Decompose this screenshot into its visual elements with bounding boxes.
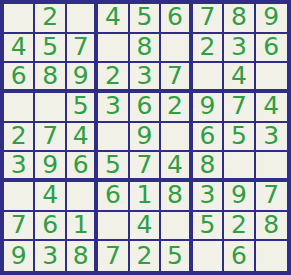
cell-digit: 8 [137, 34, 153, 59]
cell-digit: 1 [137, 182, 153, 207]
cell-digit: 3 [105, 93, 121, 118]
sudoku-cell[interactable]: 5 [130, 4, 161, 34]
sudoku-cell[interactable]: 6 [98, 182, 129, 212]
cell-digit: 5 [42, 34, 58, 59]
sudoku-cell[interactable]: 7 [161, 63, 192, 93]
sudoku-cell[interactable]: 7 [130, 152, 161, 182]
cell-digit: 6 [231, 243, 247, 268]
cell-digit: 5 [231, 123, 247, 148]
sudoku-cell[interactable] [256, 63, 287, 93]
cell-digit: 6 [137, 93, 153, 118]
cell-digit: 4 [73, 123, 89, 148]
cell-digit: 2 [167, 93, 183, 118]
sudoku-cell[interactable]: 5 [193, 212, 224, 242]
cell-digit: 8 [167, 182, 183, 207]
cell-digit: 7 [11, 212, 27, 237]
sudoku-cell[interactable]: 5 [67, 93, 98, 123]
sudoku-cell[interactable]: 2 [161, 93, 192, 123]
cell-digit: 7 [137, 152, 153, 177]
cell-digit: 7 [263, 182, 279, 207]
cell-digit: 7 [199, 4, 215, 29]
cell-digit: 2 [105, 63, 121, 88]
sudoku-cell[interactable]: 7 [193, 4, 224, 34]
sudoku-cell[interactable]: 9 [67, 63, 98, 93]
cell-digit: 5 [73, 93, 89, 118]
cell-digit: 1 [73, 212, 89, 237]
cell-digit: 4 [105, 4, 121, 29]
sudoku-cell[interactable]: 1 [130, 182, 161, 212]
cell-digit: 9 [42, 152, 58, 177]
sudoku-cell[interactable] [67, 4, 98, 34]
sudoku-cell[interactable]: 8 [161, 182, 192, 212]
sudoku-cell[interactable] [193, 63, 224, 93]
sudoku-cell[interactable]: 2 [98, 63, 129, 93]
cell-digit: 5 [105, 152, 121, 177]
cell-digit: 9 [73, 63, 89, 88]
sudoku-cell[interactable]: 4 [224, 63, 255, 93]
cell-digit: 5 [167, 243, 183, 268]
sudoku-cell[interactable] [256, 152, 287, 182]
sudoku-cell[interactable] [67, 182, 98, 212]
sudoku-cell[interactable]: 3 [224, 34, 255, 64]
cell-digit: 3 [263, 123, 279, 148]
cell-digit: 3 [231, 34, 247, 59]
cell-digit: 8 [231, 4, 247, 29]
cell-digit: 2 [137, 243, 153, 268]
cell-digit: 3 [137, 63, 153, 88]
cell-digit: 4 [137, 212, 153, 237]
sudoku-cell[interactable] [98, 123, 129, 153]
sudoku-cell[interactable]: 7 [4, 212, 35, 242]
cell-digit: 2 [42, 4, 58, 29]
sudoku-cell[interactable]: 7 [224, 93, 255, 123]
sudoku-cell[interactable]: 2 [224, 212, 255, 242]
sudoku-cell[interactable]: 6 [130, 93, 161, 123]
cell-digit: 2 [231, 212, 247, 237]
sudoku-cell[interactable]: 3 [193, 182, 224, 212]
sudoku-cell[interactable]: 9 [193, 93, 224, 123]
sudoku-cell[interactable] [224, 152, 255, 182]
cell-digit: 7 [105, 243, 121, 268]
sudoku-cell[interactable]: 8 [67, 241, 98, 271]
sudoku-cell[interactable]: 6 [35, 212, 66, 242]
cell-digit: 6 [199, 123, 215, 148]
cell-digit: 4 [167, 152, 183, 177]
sudoku-cell[interactable]: 4 [4, 34, 35, 64]
cell-digit: 4 [231, 63, 247, 88]
cell-digit: 8 [199, 152, 215, 177]
sudoku-cell[interactable]: 4 [35, 182, 66, 212]
sudoku-cell[interactable]: 8 [35, 63, 66, 93]
sudoku-cell[interactable]: 2 [130, 241, 161, 271]
sudoku-cell[interactable]: 6 [67, 152, 98, 182]
sudoku-board: 2456789457823668923745362974274965339657… [0, 0, 291, 275]
sudoku-cell[interactable]: 6 [193, 123, 224, 153]
sudoku-cell[interactable] [4, 93, 35, 123]
sudoku-cell[interactable]: 4 [130, 212, 161, 242]
sudoku-cell[interactable]: 9 [224, 182, 255, 212]
sudoku-cell[interactable]: 3 [35, 241, 66, 271]
cell-digit: 3 [42, 243, 58, 268]
sudoku-cell[interactable]: 3 [4, 152, 35, 182]
sudoku-cell[interactable]: 9 [35, 152, 66, 182]
sudoku-cell[interactable]: 5 [161, 241, 192, 271]
cell-digit: 6 [167, 4, 183, 29]
sudoku-cell[interactable] [35, 93, 66, 123]
sudoku-cell[interactable]: 3 [130, 63, 161, 93]
sudoku-cell[interactable]: 7 [256, 182, 287, 212]
sudoku-cell[interactable]: 9 [130, 123, 161, 153]
cell-digit: 8 [263, 212, 279, 237]
cell-digit: 5 [199, 212, 215, 237]
cell-digit: 4 [11, 34, 27, 59]
sudoku-cell[interactable]: 6 [224, 241, 255, 271]
sudoku-cell[interactable]: 8 [256, 212, 287, 242]
cell-digit: 8 [42, 63, 58, 88]
cell-digit: 9 [137, 123, 153, 148]
cell-digit: 5 [137, 4, 153, 29]
cell-digit: 7 [73, 34, 89, 59]
sudoku-cell[interactable]: 2 [193, 34, 224, 64]
cell-digit: 6 [105, 182, 121, 207]
cell-digit: 9 [11, 243, 27, 268]
cell-digit: 7 [167, 63, 183, 88]
cell-digit: 3 [11, 152, 27, 177]
sudoku-cell[interactable]: 6 [161, 4, 192, 34]
sudoku-cell[interactable]: 5 [224, 123, 255, 153]
cell-digit: 7 [42, 123, 58, 148]
sudoku-cell[interactable]: 3 [98, 93, 129, 123]
sudoku-cell[interactable]: 5 [35, 34, 66, 64]
sudoku-cell[interactable]: 5 [98, 152, 129, 182]
cell-digit: 6 [11, 63, 27, 88]
sudoku-cell[interactable] [98, 34, 129, 64]
cell-digit: 9 [231, 182, 247, 207]
sudoku-cell[interactable] [193, 241, 224, 271]
cell-digit: 2 [11, 123, 27, 148]
cell-digit: 9 [199, 93, 215, 118]
sudoku-cell[interactable]: 8 [224, 4, 255, 34]
cell-digit: 6 [42, 212, 58, 237]
sudoku-cell[interactable] [161, 123, 192, 153]
sudoku-cell[interactable] [161, 34, 192, 64]
sudoku-cell[interactable]: 6 [4, 63, 35, 93]
sudoku-cell[interactable]: 3 [256, 123, 287, 153]
cell-digit: 6 [73, 152, 89, 177]
cell-digit: 9 [263, 4, 279, 29]
sudoku-cell[interactable]: 7 [35, 123, 66, 153]
cell-digit: 7 [231, 93, 247, 118]
cell-digit: 3 [199, 182, 215, 207]
sudoku-cell[interactable]: 9 [256, 4, 287, 34]
sudoku-cell[interactable]: 2 [4, 123, 35, 153]
cell-digit: 8 [73, 243, 89, 268]
sudoku-cell[interactable] [161, 212, 192, 242]
sudoku-cell[interactable]: 9 [4, 241, 35, 271]
sudoku-cell[interactable]: 4 [256, 93, 287, 123]
cell-digit: 4 [263, 93, 279, 118]
sudoku-cell[interactable]: 8 [193, 152, 224, 182]
sudoku-cell[interactable] [98, 212, 129, 242]
sudoku-cell[interactable]: 2 [35, 4, 66, 34]
sudoku-cell[interactable]: 1 [67, 212, 98, 242]
sudoku-cell[interactable] [4, 182, 35, 212]
sudoku-cell[interactable]: 7 [98, 241, 129, 271]
sudoku-cell[interactable] [256, 241, 287, 271]
sudoku-cell[interactable]: 6 [256, 34, 287, 64]
sudoku-cell[interactable]: 4 [98, 4, 129, 34]
cell-digit: 6 [263, 34, 279, 59]
sudoku-cell[interactable]: 8 [130, 34, 161, 64]
sudoku-cell[interactable]: 4 [161, 152, 192, 182]
sudoku-cell[interactable]: 7 [67, 34, 98, 64]
sudoku-cell[interactable] [4, 4, 35, 34]
sudoku-cell[interactable]: 4 [67, 123, 98, 153]
cell-digit: 2 [199, 34, 215, 59]
cell-digit: 4 [42, 182, 58, 207]
